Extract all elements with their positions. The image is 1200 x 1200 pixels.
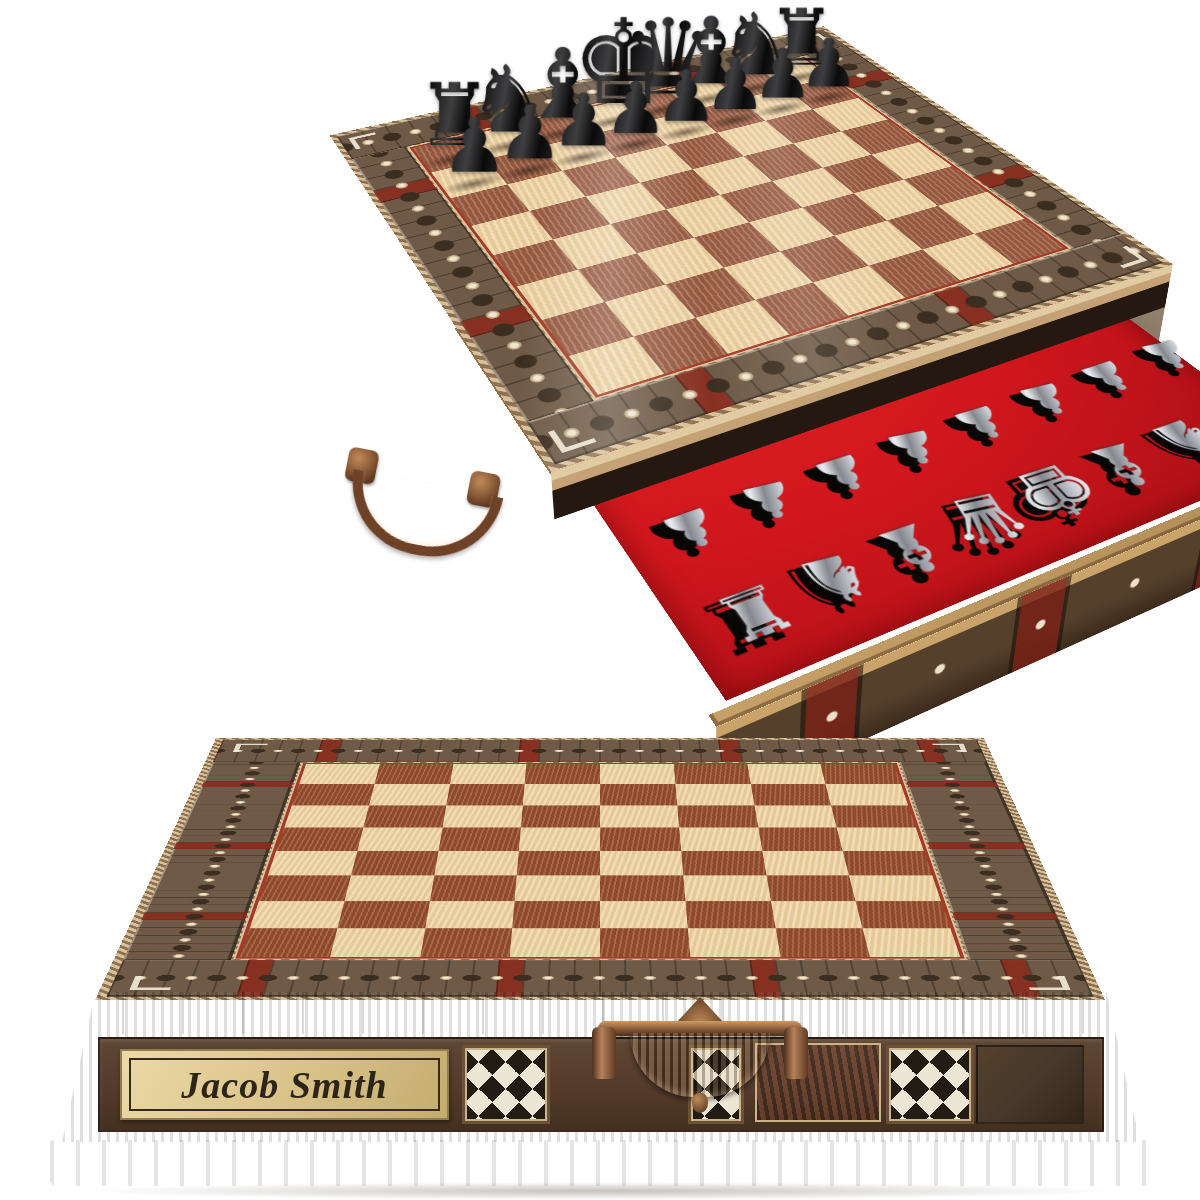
handle-fan-finial <box>676 997 724 1023</box>
corner-inlay-mark <box>129 976 175 990</box>
square-r2-c5 <box>677 805 758 827</box>
square-r6-c0 <box>250 901 345 928</box>
square-r2-c7 <box>831 805 916 827</box>
square-r0-c7 <box>820 764 900 784</box>
handle-post <box>784 1027 808 1079</box>
square-r5-c5 <box>683 875 770 901</box>
square-r3-c0 <box>276 828 363 851</box>
corner-inlay-mark <box>1025 976 1071 990</box>
square-r5-c3 <box>515 875 600 901</box>
open-chess-box-scene: ♟♟♟♟♟♟♟♟♟♟♟♟♟♟♟♟♜♜♞♞♝♝♛♛♚♚♝♝♞♞♜♜ ♜♞♝♚♛♝♞… <box>0 0 1200 645</box>
square-r3-c4 <box>600 828 681 851</box>
square-r5-c1 <box>344 875 434 901</box>
piece-glyph: ♟ <box>430 109 519 183</box>
square-r7-c1 <box>330 928 425 957</box>
drawer-bail-handle-icon[interactable] <box>324 443 510 572</box>
square-r2-c0 <box>284 805 369 827</box>
floor-shadow <box>80 1182 1120 1200</box>
handle-post <box>592 1027 616 1079</box>
nameplate-text: Jacob Smith <box>181 1063 387 1107</box>
box-front-face: Jacob Smith <box>62 992 1140 1142</box>
square-r0-c5 <box>673 764 750 784</box>
square-r7-c2 <box>420 928 513 957</box>
square-r3-c6 <box>758 828 843 851</box>
square-r4-c2 <box>434 851 519 876</box>
square-r7-c7 <box>863 928 960 957</box>
square-r4-c7 <box>843 851 932 876</box>
corner-inlay-mark <box>932 744 967 752</box>
square-r2-c4 <box>600 805 679 827</box>
square-r5-c2 <box>429 875 516 901</box>
square-r4-c0 <box>268 851 357 876</box>
square-r1-c0 <box>292 784 374 805</box>
square-r4-c5 <box>681 851 766 876</box>
square-r1-c2 <box>446 784 525 805</box>
square-r0-c0 <box>299 764 379 784</box>
mosaic-panel <box>462 1045 550 1124</box>
square-r7-c0 <box>240 928 337 957</box>
square-r3-c7 <box>837 828 924 851</box>
square-r0-c3 <box>525 764 600 784</box>
chess-board-front-view <box>95 738 1105 1000</box>
square-r3-c2 <box>438 828 521 851</box>
square-r0-c4 <box>600 764 675 784</box>
square-r1-c4 <box>600 784 677 805</box>
square-r1-c6 <box>750 784 831 805</box>
dark-wood-panel <box>976 1045 1084 1124</box>
square-r4-c3 <box>517 851 600 876</box>
square-r0-c2 <box>450 764 527 784</box>
square-r6-c5 <box>685 901 775 928</box>
mosaic-panel <box>886 1045 974 1124</box>
square-r6-c1 <box>337 901 429 928</box>
square-r6-c6 <box>771 901 863 928</box>
square-r6-c2 <box>425 901 515 928</box>
square-r2-c3 <box>521 805 600 827</box>
square-r5-c4 <box>600 875 685 901</box>
square-r2-c1 <box>363 805 446 827</box>
square-r7-c5 <box>688 928 781 957</box>
square-r2-c2 <box>442 805 523 827</box>
square-r2-c6 <box>754 805 837 827</box>
nameplate: Jacob Smith <box>120 1049 449 1120</box>
mosaic-border-bottom <box>107 960 1094 997</box>
square-r7-c3 <box>510 928 600 957</box>
closed-chess-box-scene: Jacob Smith <box>0 620 1200 1200</box>
square-r1-c3 <box>523 784 600 805</box>
square-r7-c4 <box>600 928 690 957</box>
handle-swag <box>630 1033 770 1097</box>
chess-board-top-view: ♟♟♟♟♟♟♟♟♟♟♟♟♟♟♟♟♜♜♞♞♝♝♛♛♚♚♝♝♞♞♜♜ ♜♞♝♚♛♝♞… <box>330 26 1173 471</box>
board-playing-area <box>235 763 964 958</box>
square-r1-c1 <box>369 784 450 805</box>
square-r7-c6 <box>775 928 870 957</box>
square-r1-c7 <box>826 784 908 805</box>
corner-inlay-mark <box>233 744 268 752</box>
square-r6-c3 <box>512 901 600 928</box>
square-r4-c6 <box>762 851 849 876</box>
handle-pendant <box>692 1093 708 1113</box>
square-r6-c4 <box>600 901 688 928</box>
square-r3-c5 <box>679 828 762 851</box>
square-r4-c1 <box>351 851 438 876</box>
square-r4-c4 <box>600 851 683 876</box>
square-r5-c6 <box>766 875 856 901</box>
square-r0-c1 <box>374 764 453 784</box>
base-molding <box>50 1140 1150 1186</box>
square-r3-c1 <box>357 828 442 851</box>
mosaic-border-top <box>213 740 988 763</box>
square-r6-c7 <box>856 901 951 928</box>
square-r0-c6 <box>747 764 826 784</box>
drawer-front-face[interactable]: Jacob Smith <box>98 1037 1104 1132</box>
drawer-pull-handle-icon[interactable] <box>592 997 808 1115</box>
black-pawn[interactable]: ♟ <box>430 109 519 184</box>
square-r1-c5 <box>675 784 754 805</box>
square-r5-c7 <box>849 875 941 901</box>
square-r5-c0 <box>259 875 351 901</box>
square-r3-c3 <box>519 828 600 851</box>
